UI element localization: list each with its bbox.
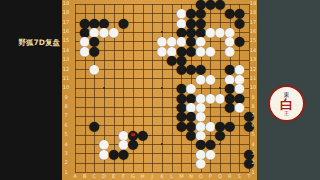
go-board[interactable]: ●●●●●●●●●●●●●●●●●●●●●●●●●●●●●●●●●●●●●●●●… xyxy=(62,0,257,180)
right-panel: 東 白 王 xyxy=(257,0,320,180)
coord-row-label-left: 17 xyxy=(62,20,70,25)
logo-bottom-char: 王 xyxy=(284,111,289,116)
coord-row-label-left: 10 xyxy=(62,85,70,90)
coord-col-label: C xyxy=(90,174,99,179)
coord-row-label-left: 7 xyxy=(62,113,70,118)
coord-col-label: G xyxy=(129,174,138,179)
coord-row-label-left: 14 xyxy=(62,48,70,53)
coord-row-label-right: 9 xyxy=(249,95,257,100)
stone-B-F3: ● xyxy=(119,149,128,158)
coord-col-label: N xyxy=(187,174,196,179)
coord-col-label: L xyxy=(167,174,176,179)
coord-row-label-right: 14 xyxy=(249,48,257,53)
coord-row-label-left: 8 xyxy=(62,104,70,109)
coord-row-label-right: 2 xyxy=(249,160,257,165)
coord-row-label-right: 15 xyxy=(249,38,257,43)
coord-row-label-left: 18 xyxy=(62,10,70,15)
coord-row-label-left: 3 xyxy=(62,151,70,156)
review-caption: 野狐7D复盘 xyxy=(2,38,60,48)
stone-W-P14: ● xyxy=(206,46,215,55)
left-panel: 野狐7D复盘 xyxy=(0,0,62,180)
channel-logo: 東 白 王 xyxy=(268,85,305,122)
coord-row-label-right: 7 xyxy=(249,113,257,118)
coord-row-label-left: 4 xyxy=(62,142,70,147)
coord-col-label: R xyxy=(225,174,234,179)
stone-W-S8: ● xyxy=(235,102,244,111)
stone-W-P3: ● xyxy=(206,149,215,158)
coord-row-label-left: 16 xyxy=(62,29,70,34)
coord-row-label-right: 17 xyxy=(249,20,257,25)
coord-col-label: E xyxy=(109,174,118,179)
coord-row-label-right: 19 xyxy=(249,1,257,6)
coord-row-label-right: 13 xyxy=(249,57,257,62)
coord-row-label-right: 4 xyxy=(249,142,257,147)
coord-row-label-left: 13 xyxy=(62,57,70,62)
coord-row-label-left: 2 xyxy=(62,160,70,165)
stone-W-R14: ● xyxy=(225,46,234,55)
coord-row-label-right: 8 xyxy=(249,104,257,109)
grid-vline xyxy=(152,4,153,173)
coord-row-label-right: 18 xyxy=(249,10,257,15)
coord-col-label: A xyxy=(71,174,80,179)
stone-B-C14: ● xyxy=(90,46,99,55)
coord-col-label: T xyxy=(245,174,254,179)
coord-row-label-right: 16 xyxy=(249,29,257,34)
stone-B-C6: ● xyxy=(90,121,99,130)
coord-row-label-right: 6 xyxy=(249,123,257,128)
coord-col-label: Q xyxy=(216,174,225,179)
star-point xyxy=(103,87,105,89)
coord-row-label-right: 5 xyxy=(249,132,257,137)
coord-col-label: D xyxy=(100,174,109,179)
grid-vline xyxy=(172,4,173,173)
coord-row-label-left: 12 xyxy=(62,67,70,72)
stone-B-S17: ● xyxy=(235,18,244,27)
coord-row-label-right: 11 xyxy=(249,76,257,81)
coord-row-label-right: 10 xyxy=(249,85,257,90)
stone-B-S15: ● xyxy=(235,36,244,45)
coord-row-label-right: 3 xyxy=(249,151,257,156)
coord-col-label: F xyxy=(119,174,128,179)
coord-col-label: O xyxy=(196,174,205,179)
coord-col-label: J xyxy=(148,174,157,179)
stone-W-E16: ● xyxy=(109,27,118,36)
star-point xyxy=(219,87,221,89)
coord-col-label: P xyxy=(206,174,215,179)
coord-col-label: S xyxy=(235,174,244,179)
coord-row-label-left: 15 xyxy=(62,38,70,43)
grid-vline xyxy=(75,4,76,173)
coord-row-label-left: 9 xyxy=(62,95,70,100)
stone-B-F17: ● xyxy=(119,18,128,27)
stone-W-O2: ● xyxy=(196,158,205,167)
coord-row-label-left: 5 xyxy=(62,132,70,137)
star-point xyxy=(161,87,163,89)
coord-row-label-left: 6 xyxy=(62,123,70,128)
coord-col-label: B xyxy=(80,174,89,179)
grid-vline xyxy=(143,4,144,173)
coord-col-label: M xyxy=(177,174,186,179)
logo-main-char: 白 xyxy=(280,98,293,111)
stone-B-H5: ● xyxy=(138,130,147,139)
stone-B-R6: ● xyxy=(225,121,234,130)
stone-W-C12: ● xyxy=(90,64,99,73)
stone-B-G4: ● xyxy=(128,139,137,148)
coord-row-label-left: 1 xyxy=(62,170,70,175)
stone-B-Q5: ● xyxy=(215,130,224,139)
coord-col-label: K xyxy=(158,174,167,179)
coord-row-label-right: 12 xyxy=(249,67,257,72)
coord-col-label: H xyxy=(138,174,147,179)
coord-row-label-left: 11 xyxy=(62,76,70,81)
stone-W-P11: ● xyxy=(206,74,215,83)
app-screen: 野狐7D复盘 ●●●●●●●●●●●●●●●●●●●●●●●●●●●●●●●●●… xyxy=(0,0,320,180)
coord-row-label-left: 19 xyxy=(62,1,70,6)
